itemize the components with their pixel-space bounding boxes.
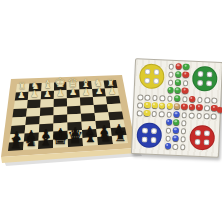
ludo-hole[interactable] (173, 128, 179, 134)
ludo-hole[interactable] (137, 94, 143, 100)
ludo-hole[interactable] (137, 110, 143, 116)
ludo-home-hole[interactable] (203, 130, 210, 137)
ludo-hole[interactable] (160, 95, 166, 101)
ludo-home-hole[interactable] (153, 77, 160, 84)
chess-square[interactable] (106, 96, 121, 105)
ludo-peg-yellow[interactable] (159, 103, 166, 110)
chess-piece-black-R[interactable]: ♜ (9, 136, 22, 150)
ludo-peg-red[interactable] (196, 104, 203, 111)
chess-square[interactable] (80, 97, 94, 106)
ludo-home-hole[interactable] (142, 128, 149, 135)
ludo-hole[interactable] (167, 88, 173, 94)
chess-square[interactable] (67, 106, 81, 115)
chess-square[interactable] (80, 105, 94, 114)
chess-square[interactable] (14, 100, 28, 109)
ludo-peg-blue[interactable] (173, 111, 180, 118)
chess-piece-white-P[interactable]: ♟ (69, 88, 77, 97)
ludo-peg-yellow[interactable] (166, 103, 173, 110)
ludo-hole[interactable] (180, 136, 186, 142)
ludo-hole[interactable] (159, 111, 165, 117)
ludo-hole[interactable] (173, 136, 179, 142)
chess-square[interactable] (93, 96, 107, 105)
chess-piece-white-P[interactable]: ♟ (43, 89, 51, 98)
ludo-peg-green[interactable] (167, 87, 174, 94)
ludo-hole[interactable] (181, 128, 187, 134)
ludo-hole[interactable] (189, 113, 195, 119)
ludo-hole[interactable] (151, 111, 157, 117)
ludo-hole[interactable] (204, 97, 210, 103)
chess-square[interactable] (95, 112, 110, 121)
ludo-peg-green[interactable] (174, 87, 181, 94)
chess-square[interactable] (25, 116, 40, 125)
ludo-hole[interactable] (176, 64, 182, 70)
chess-square[interactable] (39, 115, 53, 124)
chess-piece-white-P[interactable]: ♟ (82, 87, 90, 96)
ludo-peg-yellow[interactable] (144, 110, 151, 117)
ludo-hole[interactable] (166, 128, 172, 134)
ludo-peg-red[interactable] (182, 87, 189, 94)
chess-piece-black-N[interactable]: ♞ (98, 129, 112, 144)
ludo-hole[interactable] (204, 113, 210, 119)
ludo-home-hole[interactable] (206, 71, 213, 78)
chess-square[interactable] (94, 104, 109, 113)
ludo-hole[interactable] (189, 105, 195, 111)
ludo-hole[interactable] (211, 114, 217, 120)
ludo-hole[interactable] (181, 120, 187, 126)
chess-piece-white-P[interactable]: ♟ (18, 91, 26, 100)
ludo-hole[interactable] (144, 111, 150, 117)
ludo-peg-blue[interactable] (173, 127, 180, 134)
chess-square[interactable] (40, 99, 54, 108)
ludo-peg-natural[interactable] (174, 103, 181, 110)
ludo-peg-red[interactable] (189, 96, 196, 103)
chess-piece-black-B[interactable]: ♝ (83, 129, 98, 145)
ludo-peg-blue[interactable] (166, 119, 173, 126)
ludo-hole[interactable] (173, 120, 179, 126)
ludo-home-hole[interactable] (206, 80, 213, 87)
ludo-home-hole[interactable] (203, 139, 210, 146)
ludo-home-hole[interactable] (150, 136, 157, 143)
chess-square[interactable] (53, 115, 67, 124)
chess-square[interactable] (26, 108, 40, 117)
ludo-hole[interactable] (183, 64, 189, 70)
ludo-hole[interactable] (166, 120, 172, 126)
ludo-peg-red[interactable] (175, 63, 182, 70)
ludo-hole[interactable] (137, 102, 143, 108)
ludo-peg-yellow[interactable] (151, 102, 158, 109)
ludo-hole[interactable] (183, 72, 189, 78)
product-photo: ♜♞♝♚♛♝♞♜♟♟♟♟♟♟♟♟♟♟♟♟♟♟♟♟♜♞♝♚♛♝♞♜ (0, 0, 222, 222)
chess-piece-white-P[interactable]: ♟ (95, 87, 103, 96)
ludo-peg-yellow[interactable] (144, 102, 151, 109)
chess-square[interactable] (107, 104, 122, 113)
ludo-hole[interactable] (145, 95, 151, 101)
ludo-peg-green[interactable] (173, 119, 180, 126)
ludo-peg-green[interactable] (183, 64, 190, 71)
ludo-hole[interactable] (167, 96, 173, 102)
chess-square[interactable] (54, 106, 68, 115)
chess-piece-white-P[interactable]: ♟ (56, 89, 64, 98)
ludo-hole[interactable] (182, 96, 188, 102)
ludo-hole[interactable] (174, 96, 180, 102)
chess-square[interactable] (81, 113, 96, 122)
chess-square[interactable] (40, 107, 54, 116)
chess-square[interactable] (27, 100, 41, 109)
ludo-home-hole[interactable] (195, 130, 202, 137)
ludo-hole[interactable] (167, 104, 173, 110)
ludo-home-hole[interactable] (153, 69, 160, 76)
ludo-hole[interactable] (168, 64, 174, 70)
ludo-hole[interactable] (175, 88, 181, 94)
chess-square[interactable] (13, 108, 28, 117)
ludo-home-hole[interactable] (144, 77, 151, 84)
ludo-hole[interactable] (168, 80, 174, 86)
chess-square[interactable] (67, 114, 81, 123)
ludo-home-hole[interactable] (194, 138, 201, 145)
ludo-hole[interactable] (204, 105, 210, 111)
chess-piece-white-P[interactable]: ♟ (30, 90, 38, 99)
ludo-peg-red[interactable] (189, 104, 196, 111)
ludo-home-hole[interactable] (197, 71, 204, 78)
ludo-hole[interactable] (183, 80, 189, 86)
ludo-home-hole[interactable] (144, 69, 151, 76)
ludo-peg-red[interactable] (183, 72, 190, 79)
ludo-hole[interactable] (168, 72, 174, 78)
ludo-hole[interactable] (152, 95, 158, 101)
ludo-peg-green[interactable] (175, 71, 182, 78)
ludo-board (131, 58, 222, 158)
chess-square[interactable] (108, 112, 123, 121)
ludo-hole[interactable] (174, 112, 180, 118)
chess-piece-black-Q[interactable]: ♛ (67, 128, 84, 147)
ludo-peg-blue[interactable] (172, 135, 179, 142)
ludo-hole[interactable] (166, 112, 172, 118)
ludo-hole[interactable] (165, 136, 171, 142)
ludo-hole[interactable] (197, 97, 203, 103)
ludo-hole[interactable] (144, 103, 150, 109)
chess-square[interactable] (67, 98, 81, 107)
chess-piece-black-N[interactable]: ♞ (24, 134, 38, 149)
ludo-hole[interactable] (212, 98, 218, 104)
ludo-peg-green[interactable] (175, 79, 182, 86)
ludo-peg-green[interactable] (174, 95, 181, 102)
ludo-home-hole[interactable] (150, 128, 157, 135)
ludo-hole[interactable] (189, 97, 195, 103)
chess-square[interactable] (11, 117, 26, 126)
ludo-hole[interactable] (196, 113, 202, 119)
ludo-hole[interactable] (176, 72, 182, 78)
ludo-home-hole[interactable] (142, 136, 149, 143)
ludo-hole[interactable] (172, 144, 178, 150)
ludo-hole[interactable] (175, 80, 181, 86)
chess-piece-black-R[interactable]: ♜ (114, 129, 127, 143)
ludo-hole[interactable] (159, 103, 165, 109)
ludo-hole[interactable] (174, 104, 180, 110)
ludo-hole[interactable] (196, 105, 202, 111)
ludo-hole[interactable] (181, 112, 187, 118)
ludo-hole[interactable] (182, 104, 188, 110)
ludo-peg-red[interactable] (181, 103, 188, 110)
chess-square[interactable] (54, 98, 67, 107)
ludo-hole[interactable] (180, 144, 186, 150)
ludo-home-hole[interactable] (197, 79, 204, 86)
ludo-hole[interactable] (152, 103, 158, 109)
ludo-hole[interactable] (165, 144, 171, 150)
ludo-peg-blue[interactable] (165, 143, 172, 150)
chess-piece-white-P[interactable]: ♟ (108, 86, 116, 95)
ludo-hole[interactable] (182, 88, 188, 94)
